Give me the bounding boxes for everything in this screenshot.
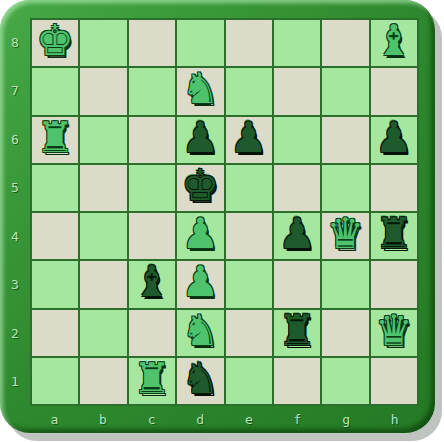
file-label-h: h xyxy=(370,406,419,433)
piece-white-queen[interactable]: ♛ xyxy=(327,213,365,255)
square-f1[interactable] xyxy=(274,358,320,404)
square-d5[interactable]: ♚ xyxy=(177,165,223,211)
piece-black-pawn[interactable]: ♟ xyxy=(230,117,268,159)
square-f4[interactable]: ♟ xyxy=(274,213,320,259)
square-h4[interactable]: ♜ xyxy=(371,213,417,259)
file-label-e: e xyxy=(225,406,274,433)
square-d7[interactable]: ♞ xyxy=(177,68,223,114)
piece-white-pawn[interactable]: ♟ xyxy=(181,261,219,303)
piece-white-king[interactable]: ♚ xyxy=(36,20,74,62)
square-g8[interactable] xyxy=(322,20,368,66)
square-b3[interactable] xyxy=(80,261,126,307)
rank-label-1: 1 xyxy=(0,358,30,407)
square-f7[interactable] xyxy=(274,68,320,114)
piece-white-knight[interactable]: ♞ xyxy=(181,68,219,110)
square-h2[interactable]: ♛ xyxy=(371,310,417,356)
piece-white-bishop[interactable]: ♝ xyxy=(375,20,413,62)
square-b5[interactable] xyxy=(80,165,126,211)
square-e2[interactable] xyxy=(226,310,272,356)
file-label-f: f xyxy=(273,406,322,433)
chess-board: ♚♝♞♜♟♟♟♚♟♟♛♜♝♟♞♜♛♜♞ xyxy=(30,18,419,406)
square-d3[interactable]: ♟ xyxy=(177,261,223,307)
piece-black-bishop[interactable]: ♝ xyxy=(133,261,171,303)
square-c4[interactable] xyxy=(129,213,175,259)
square-g7[interactable] xyxy=(322,68,368,114)
piece-white-queen[interactable]: ♛ xyxy=(375,310,413,352)
square-c2[interactable] xyxy=(129,310,175,356)
square-a6[interactable]: ♜ xyxy=(32,117,78,163)
square-h7[interactable] xyxy=(371,68,417,114)
square-e4[interactable] xyxy=(226,213,272,259)
square-a3[interactable] xyxy=(32,261,78,307)
rank-label-8: 8 xyxy=(0,18,30,67)
file-labels: abcdefgh xyxy=(30,406,419,433)
file-label-b: b xyxy=(79,406,128,433)
square-g6[interactable] xyxy=(322,117,368,163)
piece-black-knight[interactable]: ♞ xyxy=(181,358,219,400)
square-e5[interactable] xyxy=(226,165,272,211)
square-f8[interactable] xyxy=(274,20,320,66)
square-g3[interactable] xyxy=(322,261,368,307)
square-a8[interactable]: ♚ xyxy=(32,20,78,66)
square-b8[interactable] xyxy=(80,20,126,66)
square-c1[interactable]: ♜ xyxy=(129,358,175,404)
rank-labels: 87654321 xyxy=(0,18,30,406)
chess-app: 87654321 ♚♝♞♜♟♟♟♚♟♟♛♜♝♟♞♜♛♜♞ abcdefgh xyxy=(0,0,444,442)
square-a7[interactable] xyxy=(32,68,78,114)
piece-white-rook[interactable]: ♜ xyxy=(133,358,171,400)
piece-black-king[interactable]: ♚ xyxy=(181,165,219,207)
square-e3[interactable] xyxy=(226,261,272,307)
square-d1[interactable]: ♞ xyxy=(177,358,223,404)
square-g5[interactable] xyxy=(322,165,368,211)
square-h5[interactable] xyxy=(371,165,417,211)
square-d2[interactable]: ♞ xyxy=(177,310,223,356)
square-a4[interactable] xyxy=(32,213,78,259)
board-frame: 87654321 ♚♝♞♜♟♟♟♚♟♟♛♜♝♟♞♜♛♜♞ abcdefgh xyxy=(0,0,435,433)
square-e8[interactable] xyxy=(226,20,272,66)
square-e7[interactable] xyxy=(226,68,272,114)
square-b7[interactable] xyxy=(80,68,126,114)
square-c5[interactable] xyxy=(129,165,175,211)
square-e1[interactable] xyxy=(226,358,272,404)
piece-white-pawn[interactable]: ♟ xyxy=(181,213,219,255)
rank-label-7: 7 xyxy=(0,67,30,116)
square-h3[interactable] xyxy=(371,261,417,307)
rank-label-5: 5 xyxy=(0,164,30,213)
piece-black-rook[interactable]: ♜ xyxy=(278,310,316,352)
file-label-d: d xyxy=(176,406,225,433)
piece-white-knight[interactable]: ♞ xyxy=(181,310,219,352)
square-d4[interactable]: ♟ xyxy=(177,213,223,259)
piece-white-rook[interactable]: ♜ xyxy=(36,117,74,159)
square-c8[interactable] xyxy=(129,20,175,66)
square-a1[interactable] xyxy=(32,358,78,404)
square-c7[interactable] xyxy=(129,68,175,114)
square-f3[interactable] xyxy=(274,261,320,307)
square-f2[interactable]: ♜ xyxy=(274,310,320,356)
rank-label-6: 6 xyxy=(0,115,30,164)
square-e6[interactable]: ♟ xyxy=(226,117,272,163)
square-d6[interactable]: ♟ xyxy=(177,117,223,163)
square-g2[interactable] xyxy=(322,310,368,356)
square-f6[interactable] xyxy=(274,117,320,163)
file-label-g: g xyxy=(322,406,371,433)
piece-black-pawn[interactable]: ♟ xyxy=(278,213,316,255)
file-label-c: c xyxy=(127,406,176,433)
square-g1[interactable] xyxy=(322,358,368,404)
square-f5[interactable] xyxy=(274,165,320,211)
square-g4[interactable]: ♛ xyxy=(322,213,368,259)
square-d8[interactable] xyxy=(177,20,223,66)
square-c3[interactable]: ♝ xyxy=(129,261,175,307)
rank-label-2: 2 xyxy=(0,309,30,358)
file-label-a: a xyxy=(30,406,79,433)
rank-label-4: 4 xyxy=(0,212,30,261)
square-b4[interactable] xyxy=(80,213,126,259)
piece-black-rook[interactable]: ♜ xyxy=(375,213,413,255)
square-b6[interactable] xyxy=(80,117,126,163)
square-a2[interactable] xyxy=(32,310,78,356)
square-a5[interactable] xyxy=(32,165,78,211)
square-h1[interactable] xyxy=(371,358,417,404)
square-b2[interactable] xyxy=(80,310,126,356)
square-c6[interactable] xyxy=(129,117,175,163)
piece-black-pawn[interactable]: ♟ xyxy=(375,117,413,159)
square-b1[interactable] xyxy=(80,358,126,404)
piece-black-pawn[interactable]: ♟ xyxy=(181,117,219,159)
square-h8[interactable]: ♝ xyxy=(371,20,417,66)
rank-label-3: 3 xyxy=(0,261,30,310)
square-h6[interactable]: ♟ xyxy=(371,117,417,163)
